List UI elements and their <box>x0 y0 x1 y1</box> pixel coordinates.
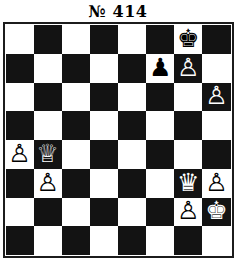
square-c8 <box>62 25 90 54</box>
white-pawn: ♙ <box>36 170 58 195</box>
square-b4: ♕ <box>34 140 62 169</box>
white-queen: ♛ <box>177 170 199 195</box>
square-a7 <box>6 54 34 83</box>
square-c4 <box>62 140 90 169</box>
square-d6 <box>90 83 118 112</box>
square-d4 <box>90 140 118 169</box>
square-a5 <box>6 111 34 140</box>
square-c1 <box>62 226 90 255</box>
square-g5 <box>174 111 202 140</box>
square-g2: ♙ <box>174 198 202 227</box>
square-a4: ♙ <box>6 140 34 169</box>
square-g7: ♙ <box>174 54 202 83</box>
white-pawn: ♙ <box>177 198 199 223</box>
square-c6 <box>62 83 90 112</box>
square-b8 <box>34 25 62 54</box>
square-b6 <box>34 83 62 112</box>
square-e6 <box>118 83 146 112</box>
square-c3 <box>62 169 90 198</box>
square-h2: ♚ <box>202 198 230 227</box>
square-h8 <box>202 25 230 54</box>
square-h6: ♙ <box>202 83 230 112</box>
black-king: ♚ <box>177 26 199 51</box>
square-e1 <box>118 226 146 255</box>
square-f1 <box>146 226 174 255</box>
square-e5 <box>118 111 146 140</box>
square-g4 <box>174 140 202 169</box>
square-e2 <box>118 198 146 227</box>
square-f4 <box>146 140 174 169</box>
square-b2 <box>34 198 62 227</box>
square-e3 <box>118 169 146 198</box>
square-f2 <box>146 198 174 227</box>
square-c5 <box>62 111 90 140</box>
square-a2 <box>6 198 34 227</box>
chess-board: ♚♟♙♙♙♕♙♛♙♙♚ <box>3 22 234 258</box>
square-h5 <box>202 111 230 140</box>
square-c2 <box>62 198 90 227</box>
white-king: ♚ <box>205 198 227 223</box>
square-g3: ♛ <box>174 169 202 198</box>
square-d7 <box>90 54 118 83</box>
square-a8 <box>6 25 34 54</box>
square-b7 <box>34 54 62 83</box>
square-f7: ♟ <box>146 54 174 83</box>
square-d2 <box>90 198 118 227</box>
square-f6 <box>146 83 174 112</box>
square-a6 <box>6 83 34 112</box>
square-d5 <box>90 111 118 140</box>
square-e8 <box>118 25 146 54</box>
square-b5 <box>34 111 62 140</box>
square-a3 <box>6 169 34 198</box>
square-b1 <box>34 226 62 255</box>
square-h7 <box>202 54 230 83</box>
white-pawn: ♙ <box>8 141 30 166</box>
black-pawn: ♟ <box>149 55 171 80</box>
white-pawn: ♙ <box>205 170 227 195</box>
page-title: № 414 <box>0 0 236 22</box>
square-e7 <box>118 54 146 83</box>
square-g8: ♚ <box>174 25 202 54</box>
square-a1 <box>6 226 34 255</box>
square-d1 <box>90 226 118 255</box>
square-h1 <box>202 226 230 255</box>
black-pawn: ♙ <box>177 55 199 80</box>
square-f3 <box>146 169 174 198</box>
square-h3: ♙ <box>202 169 230 198</box>
square-g6 <box>174 83 202 112</box>
square-b3: ♙ <box>34 169 62 198</box>
square-c7 <box>62 54 90 83</box>
square-f8 <box>146 25 174 54</box>
black-queen: ♕ <box>36 141 58 166</box>
square-e4 <box>118 140 146 169</box>
square-g1 <box>174 226 202 255</box>
square-f5 <box>146 111 174 140</box>
square-h4 <box>202 140 230 169</box>
square-d3 <box>90 169 118 198</box>
black-pawn: ♙ <box>205 83 227 108</box>
square-d8 <box>90 25 118 54</box>
